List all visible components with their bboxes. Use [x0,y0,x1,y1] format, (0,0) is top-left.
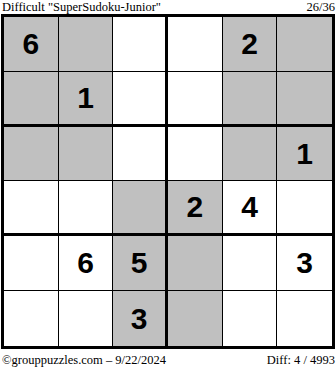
cell-r6c3: 3 [113,291,168,346]
page-header: Difficult "SuperSudoku-Junior" 26/36 [2,0,335,14]
cell-r1c4[interactable] [168,17,223,72]
cell-r5c3: 5 [113,236,168,291]
cell-r5c2: 6 [59,236,114,291]
cell-r1c5: 2 [223,17,278,72]
cell-r5c4[interactable] [168,236,223,291]
cell-r3c5[interactable] [223,127,278,182]
cell-r4c5: 4 [223,181,278,236]
cell-r6c5[interactable] [223,291,278,346]
cell-r1c2[interactable] [59,17,114,72]
cell-r3c4[interactable] [168,127,223,182]
cell-r6c6[interactable] [277,291,332,346]
cell-r5c5[interactable] [223,236,278,291]
cell-r3c3[interactable] [113,127,168,182]
cell-r6c4[interactable] [168,291,223,346]
cell-r2c1[interactable] [4,72,59,127]
cell-r6c2[interactable] [59,291,114,346]
page-footer: ©grouppuzzles.com – 9/22/2024 Diff: 4 / … [2,353,335,368]
cell-r3c2[interactable] [59,127,114,182]
cell-r1c3[interactable] [113,17,168,72]
cell-r3c1[interactable] [4,127,59,182]
difficulty-rating: Diff: 4 / 4993 [267,353,335,368]
puzzle-title: Difficult "SuperSudoku-Junior" [2,0,161,14]
sudoku-board: 6211246533 [1,14,335,349]
cell-r4c3[interactable] [113,181,168,236]
cell-r1c6[interactable] [277,17,332,72]
cells-remaining-counter: 26/36 [307,0,335,14]
cell-r2c5[interactable] [223,72,278,127]
cell-r1c1: 6 [4,17,59,72]
cell-r2c2: 1 [59,72,114,127]
cell-r2c4[interactable] [168,72,223,127]
cell-r4c2[interactable] [59,181,114,236]
cell-r4c4: 2 [168,181,223,236]
cell-r2c3[interactable] [113,72,168,127]
cell-r3c6: 1 [277,127,332,182]
copyright-credit: ©grouppuzzles.com – 9/22/2024 [2,353,166,368]
cell-r6c1[interactable] [4,291,59,346]
cell-r4c6[interactable] [277,181,332,236]
cell-r4c1[interactable] [4,181,59,236]
cell-r5c1[interactable] [4,236,59,291]
cell-r2c6[interactable] [277,72,332,127]
cell-r5c6: 3 [277,236,332,291]
